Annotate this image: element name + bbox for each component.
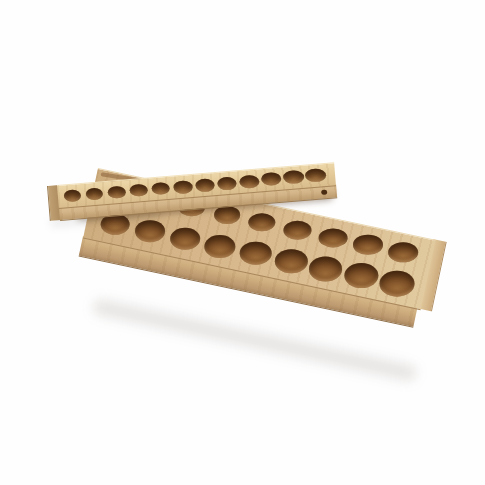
strip-pit-9[interactable] (239, 175, 259, 188)
board-pit-r1-c7[interactable] (318, 228, 347, 247)
board-pit-r2-c7[interactable] (309, 256, 342, 281)
strip-pit-2[interactable] (85, 188, 102, 200)
board-pit-r2-c9[interactable] (379, 271, 414, 297)
board-pit-r2-c4[interactable] (205, 235, 236, 258)
board-pit-r1-c9[interactable] (388, 242, 418, 262)
board-pit-r2-c6[interactable] (275, 249, 308, 273)
board-pit-r1-c6[interactable] (284, 221, 312, 239)
strip-pit-1[interactable] (63, 190, 80, 202)
strip-pit-4[interactable] (129, 184, 147, 196)
board-pit-r2-c2[interactable] (135, 220, 165, 242)
board-pit-r1-c8[interactable] (353, 235, 383, 255)
strip-pit-6[interactable] (173, 180, 192, 193)
board-pit-r2-c3[interactable] (170, 228, 200, 250)
strip-pit-7[interactable] (195, 179, 214, 192)
strip-pit-5[interactable] (151, 182, 169, 194)
strip-pit-3[interactable] (107, 186, 125, 198)
strip-pit-8[interactable] (217, 177, 236, 190)
product-photo-scene (0, 0, 485, 485)
